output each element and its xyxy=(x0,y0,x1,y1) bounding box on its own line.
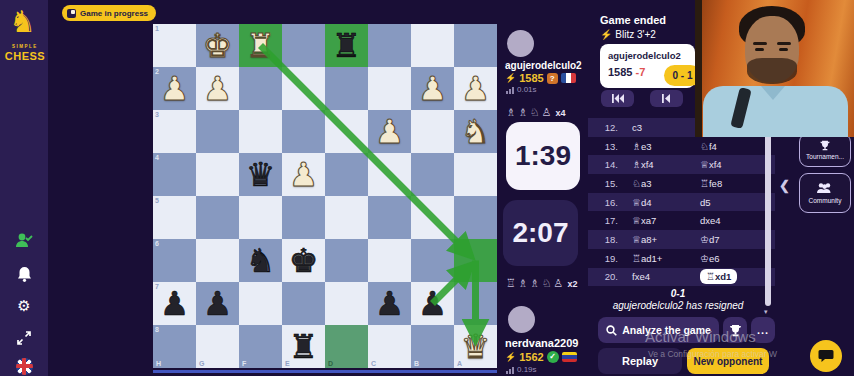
rank-label-5: 5 xyxy=(155,197,159,204)
square-g8[interactable]: G xyxy=(196,325,239,368)
move-row-19: 19.♖ad1+♔e6 xyxy=(588,249,775,268)
black-move[interactable]: ♘f4 xyxy=(700,141,760,152)
captured-piece-icon: ♙ xyxy=(542,106,552,119)
white-move[interactable]: ♘a3 xyxy=(632,178,700,189)
venezuela-flag-icon xyxy=(562,352,577,362)
result-score: 0-1 xyxy=(588,288,768,299)
square-g4[interactable] xyxy=(196,153,239,196)
captured-multiplier: x2 xyxy=(567,279,577,289)
captured-piece-icon: ♗ xyxy=(518,106,528,119)
file-label-b: B xyxy=(414,360,419,367)
move-row-18: 18.♕a8+♔d7 xyxy=(588,230,775,249)
bolt-icon: ⚡ xyxy=(505,352,516,362)
square-e7[interactable] xyxy=(282,282,325,325)
card-player-rating: 1585-7 xyxy=(608,66,645,78)
square-a4[interactable] xyxy=(454,153,497,196)
friends-icon[interactable] xyxy=(12,228,36,252)
square-d5[interactable] xyxy=(325,196,368,239)
figurine-icon: ♕ xyxy=(632,197,641,208)
result-text: agujerodelculo2 has resigned xyxy=(588,300,768,311)
move-row-15: 15.♘a3♖fe8 xyxy=(588,174,775,193)
figurine-icon: ♔ xyxy=(700,253,709,264)
top-player-rating-row: ⚡ 1585 ? xyxy=(505,72,576,84)
file-label-c: C xyxy=(371,360,376,367)
figurine-icon: ♘ xyxy=(632,178,641,189)
left-sidebar: ♞ SIMPLE CHESS ⚙ xyxy=(0,0,48,376)
square-a5[interactable] xyxy=(454,196,497,239)
file-label-f: F xyxy=(242,360,246,367)
card-player-name: agujerodelculo2 xyxy=(608,50,681,61)
square-d4[interactable] xyxy=(325,153,368,196)
game-status: Game ended xyxy=(600,14,666,26)
collapse-panel-chevron[interactable]: ❮ xyxy=(779,178,790,193)
white-move[interactable]: ♗e3 xyxy=(632,141,700,152)
black-move[interactable]: ♖xd1 xyxy=(700,269,760,284)
chat-button[interactable] xyxy=(810,340,842,372)
time-control: ⚡ Blitz 3'+2 xyxy=(600,29,656,40)
move-row-16: 16.♕d4d5 xyxy=(588,193,775,212)
piece-white-pawn-a2[interactable]: ♟ xyxy=(454,67,497,110)
step-back-button[interactable] xyxy=(650,90,683,107)
signal-icon xyxy=(506,87,514,94)
piece-black-pawn-c7[interactable]: ♟ xyxy=(368,282,411,325)
piece-white-pawn-g2[interactable]: ♟ xyxy=(196,67,239,110)
white-move[interactable]: ♖ad1+ xyxy=(632,253,700,264)
square-h8[interactable]: 8H xyxy=(153,325,196,368)
black-move[interactable]: ♔e6 xyxy=(700,253,760,264)
captured-piece-icon: ♖ xyxy=(506,277,516,290)
figurine-icon: ♕ xyxy=(700,159,709,170)
notifications-bell-icon[interactable] xyxy=(12,262,36,286)
top-captured-pieces: ♗♗♘♙x4 xyxy=(506,106,566,119)
square-g6[interactable] xyxy=(196,239,239,282)
file-label-h: H xyxy=(156,360,161,367)
captured-piece-icon: ♗ xyxy=(518,277,528,290)
bottom-player-clock: 2:07 xyxy=(503,200,578,266)
logo-knight-icon[interactable]: ♞ xyxy=(9,4,36,39)
square-c2[interactable] xyxy=(368,67,411,110)
piece-black-knight-f6[interactable]: ♞ xyxy=(239,239,282,282)
move-number: 12. xyxy=(588,122,618,133)
move-row-17: 17.♕xa7dxe4 xyxy=(588,212,775,231)
move-number: 20. xyxy=(588,271,618,282)
piece-black-rook-e8[interactable]: ♜ xyxy=(282,325,325,368)
figurine-icon: ♕ xyxy=(632,234,641,245)
figurine-icon: ♘ xyxy=(700,141,709,152)
white-move[interactable]: fxe4 xyxy=(632,271,700,282)
square-h6[interactable]: 6 xyxy=(153,239,196,282)
piece-white-pawn-e4[interactable]: ♟ xyxy=(282,153,325,196)
piece-white-rook-f1[interactable]: ♜ xyxy=(239,24,282,67)
rank-label-3: 3 xyxy=(155,111,159,118)
go-to-start-button[interactable] xyxy=(601,90,634,107)
person-beard xyxy=(747,58,797,84)
captured-piece-icon: ♗ xyxy=(530,277,540,290)
bottom-player-avatar xyxy=(508,306,535,333)
square-a6[interactable] xyxy=(454,239,497,282)
piece-white-knight-a3[interactable]: ♞ xyxy=(454,110,497,153)
white-move[interactable]: ♗xf4 xyxy=(632,159,700,170)
black-move[interactable]: d5 xyxy=(700,197,760,208)
windows-activation-watermark-line2: Ve a Configuración para activar W xyxy=(648,349,777,359)
figurine-icon: ♖ xyxy=(632,253,641,264)
rank-label-1: 1 xyxy=(155,25,159,32)
top-player-rating: 1585 xyxy=(519,72,543,84)
square-h5[interactable]: 5 xyxy=(153,196,196,239)
app-window: ♞ SIMPLE CHESS ⚙ Game in progress 123456… xyxy=(0,0,854,376)
figurine-icon: ♗ xyxy=(632,141,641,152)
move-number: 18. xyxy=(588,234,618,245)
bottom-captured-pieces: ♖♗♗♘♙x2 xyxy=(506,277,577,290)
bolt-icon: ⚡ xyxy=(505,73,516,83)
speech-bubble-icon xyxy=(818,349,834,363)
figurine-icon: ♔ xyxy=(700,234,709,245)
piece-black-pawn-g7[interactable]: ♟ xyxy=(196,282,239,325)
square-c5[interactable] xyxy=(368,196,411,239)
captured-piece-icon: ♘ xyxy=(530,106,540,119)
move-row-20: 20.fxe4♖xd1 xyxy=(588,268,775,287)
piece-black-rook-d1[interactable]: ♜ xyxy=(325,24,368,67)
square-f7[interactable] xyxy=(239,282,282,325)
piece-white-pawn-c3[interactable]: ♟ xyxy=(368,110,411,153)
square-h3[interactable]: 3 xyxy=(153,110,196,153)
white-move[interactable]: ♕d4 xyxy=(632,197,700,208)
piece-white-pawn-h2[interactable]: ♟ xyxy=(153,67,196,110)
community-people-icon xyxy=(816,182,834,195)
square-f8[interactable]: F xyxy=(239,325,282,368)
windows-activation-watermark: Activar Windows xyxy=(645,328,756,345)
black-move[interactable]: ♔d7 xyxy=(700,234,760,245)
square-b1[interactable] xyxy=(411,24,454,67)
white-move[interactable]: ♕xa7 xyxy=(632,215,700,226)
square-b3[interactable] xyxy=(411,110,454,153)
board-mini-icon xyxy=(67,9,76,18)
captured-multiplier: x4 xyxy=(556,108,566,118)
square-g5[interactable] xyxy=(196,196,239,239)
board-bottom-accent xyxy=(153,370,497,373)
community-button[interactable]: Community xyxy=(799,173,851,213)
move-row-14: 14.♗xf4♕xf4 xyxy=(588,155,775,174)
figurine-icon: ♕ xyxy=(632,215,641,226)
piece-black-queen-f4[interactable]: ♛ xyxy=(239,153,282,196)
square-a7[interactable] xyxy=(454,282,497,325)
square-e1[interactable] xyxy=(282,24,325,67)
piece-black-pawn-h7[interactable]: ♟ xyxy=(153,282,196,325)
file-label-d: D xyxy=(328,360,333,367)
tournaments-button[interactable]: Tournamen... xyxy=(799,133,851,167)
rank-label-4: 4 xyxy=(155,154,159,161)
square-c8[interactable]: C xyxy=(368,325,411,368)
top-player-avatar xyxy=(507,30,534,57)
black-move[interactable]: dxe4 xyxy=(700,215,760,226)
square-h4[interactable]: 4 xyxy=(153,153,196,196)
captured-piece-icon: ♙ xyxy=(554,277,564,290)
bottom-player-rating: 1562 xyxy=(519,351,543,363)
trophy-icon xyxy=(819,140,831,151)
piece-black-king-e6[interactable]: ♚ xyxy=(282,239,325,282)
white-move[interactable]: c3 xyxy=(632,122,700,133)
square-c4[interactable] xyxy=(368,153,411,196)
figurine-icon: ♖ xyxy=(700,178,709,189)
square-f5[interactable] xyxy=(239,196,282,239)
move-number: 14. xyxy=(588,159,618,170)
square-b5[interactable] xyxy=(411,196,454,239)
square-d2[interactable] xyxy=(325,67,368,110)
verified-badge: ✓ xyxy=(547,351,559,363)
piece-white-queen-a8[interactable]: ♛ xyxy=(454,325,497,368)
black-move[interactable]: ♕xf4 xyxy=(700,159,760,170)
square-d3[interactable] xyxy=(325,110,368,153)
square-b8[interactable]: B xyxy=(411,325,454,368)
square-e5[interactable] xyxy=(282,196,325,239)
figurine-icon: ♖ xyxy=(706,271,715,282)
bolt-icon: ⚡ xyxy=(600,29,612,40)
game-in-progress-pill[interactable]: Game in progress xyxy=(62,5,156,21)
fullscreen-icon[interactable] xyxy=(12,326,36,350)
magnifier-icon xyxy=(606,325,617,336)
rank-label-6: 6 xyxy=(155,240,159,247)
logo-text-small: SIMPLE xyxy=(7,44,43,49)
move-number: 17. xyxy=(588,215,618,226)
provisional-badge: ? xyxy=(547,73,558,84)
game-in-progress-label: Game in progress xyxy=(80,9,148,18)
bottom-player-latency: 0.19s xyxy=(506,365,537,374)
top-player-name[interactable]: agujerodelculo2 xyxy=(505,60,582,71)
square-e3[interactable] xyxy=(282,110,325,153)
square-d8[interactable]: D xyxy=(325,325,368,368)
settings-gear-icon[interactable]: ⚙ xyxy=(12,294,36,318)
rank-label-8: 8 xyxy=(155,326,159,333)
france-flag-icon xyxy=(561,73,576,83)
captured-piece-icon: ♘ xyxy=(542,277,552,290)
move-row-13: 13.♗e3♘f4 xyxy=(588,137,775,156)
piece-white-pawn-b2[interactable]: ♟ xyxy=(411,67,454,110)
file-label-g: G xyxy=(199,360,204,367)
top-player-latency: 0.01s xyxy=(506,85,537,94)
white-move[interactable]: ♕a8+ xyxy=(632,234,700,245)
rating-delta: -7 xyxy=(635,66,645,78)
square-h1[interactable]: 1 xyxy=(153,24,196,67)
square-c6[interactable] xyxy=(368,239,411,282)
square-d7[interactable] xyxy=(325,282,368,325)
square-d6[interactable] xyxy=(325,239,368,282)
black-move[interactable]: ♖fe8 xyxy=(700,178,760,189)
square-a1[interactable] xyxy=(454,24,497,67)
signal-icon xyxy=(506,367,514,374)
move-number: 15. xyxy=(588,178,618,189)
square-g3[interactable] xyxy=(196,110,239,153)
square-c1[interactable] xyxy=(368,24,411,67)
logo-text-big: CHESS xyxy=(3,50,47,62)
top-player-clock: 1:39 xyxy=(506,122,580,190)
bottom-player-name[interactable]: nerdvana2209 xyxy=(505,337,578,349)
square-b4[interactable] xyxy=(411,153,454,196)
square-f3[interactable] xyxy=(239,110,282,153)
move-number: 13. xyxy=(588,141,618,152)
webcam-video[interactable] xyxy=(695,0,854,137)
piece-white-king-g1[interactable]: ♚ xyxy=(196,24,239,67)
captured-piece-icon: ♗ xyxy=(506,106,516,119)
move-list-scrollbar[interactable] xyxy=(765,116,771,306)
language-uk-flag-icon[interactable] xyxy=(12,354,36,376)
move-number: 19. xyxy=(588,253,618,264)
figurine-icon: ♗ xyxy=(632,159,641,170)
bottom-player-rating-row: ⚡ 1562 ✓ xyxy=(505,351,577,363)
piece-black-pawn-b7[interactable]: ♟ xyxy=(411,282,454,325)
square-f2[interactable] xyxy=(239,67,282,110)
square-b6[interactable] xyxy=(411,239,454,282)
square-e2[interactable] xyxy=(282,67,325,110)
move-number: 16. xyxy=(588,197,618,208)
